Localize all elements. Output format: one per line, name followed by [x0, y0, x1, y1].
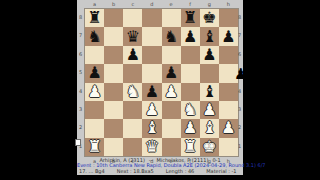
- file-label-top-b: b: [104, 2, 123, 7]
- square-f7: ♟: [181, 27, 200, 45]
- file-label-top-f: f: [181, 2, 200, 7]
- square-b3: [104, 101, 123, 119]
- rank-label-right-6: 6: [237, 52, 242, 57]
- square-a1: ♜: [85, 138, 104, 156]
- square-d3: ♟: [142, 101, 161, 119]
- square-c2: [123, 119, 142, 137]
- move-status-line: 17. ... Bg4 Next : 18.Bxa5 Length : 46 M…: [77, 169, 243, 174]
- square-b4: [104, 83, 123, 101]
- white-knight: ♞: [126, 84, 140, 100]
- black-rook: ♜: [87, 10, 101, 26]
- black-rook: ♜: [183, 10, 197, 26]
- rank-label-left-8: 8: [78, 15, 83, 20]
- white-knight: ♞: [183, 102, 197, 118]
- square-f4: [181, 83, 200, 101]
- rank-label-left-6: 6: [78, 52, 83, 57]
- square-c3: [123, 101, 142, 119]
- file-label-top-c: c: [123, 2, 142, 7]
- square-h6: [219, 46, 238, 64]
- white-king: ♚: [202, 139, 216, 155]
- square-b8: [104, 9, 123, 27]
- file-label-top-e: e: [162, 2, 181, 7]
- chess-board: ♜♜♚♞♛♞♟♝♟♟♟♟♟♟♞♟♟♝♟♞♟♝♟♝♟♜♛♜♚: [84, 8, 239, 157]
- square-e1: [162, 138, 181, 156]
- file-label-top-a: a: [85, 2, 104, 7]
- square-a8: ♜: [85, 9, 104, 27]
- black-bishop: ♝: [202, 29, 216, 45]
- rank-label-left-2: 2: [78, 125, 83, 130]
- white-pawn: ♟: [87, 84, 101, 100]
- black-pawn: ♟: [221, 29, 235, 45]
- square-c4: ♞: [123, 83, 142, 101]
- square-e6: [162, 46, 181, 64]
- square-h7: ♟: [219, 27, 238, 45]
- square-d2: ♝: [142, 119, 161, 137]
- black-pawn: ♟: [87, 65, 101, 81]
- white-bishop: ♝: [145, 120, 159, 136]
- square-f6: [181, 46, 200, 64]
- next-move-label: Next : 18.Bxa5: [117, 169, 154, 174]
- square-g6: ♟: [200, 46, 219, 64]
- square-g7: ♝: [200, 27, 219, 45]
- square-b2: [104, 119, 123, 137]
- square-h2: ♟: [219, 119, 238, 137]
- square-h4: [219, 83, 238, 101]
- white-pawn: ♟: [221, 120, 235, 136]
- material-advantage-black-pawn-icon: ♟: [234, 67, 247, 82]
- square-e3: [162, 101, 181, 119]
- square-g2: ♝: [200, 119, 219, 137]
- square-e5: ♟: [162, 64, 181, 82]
- square-a5: ♟: [85, 64, 104, 82]
- black-knight: ♞: [87, 29, 101, 45]
- file-label-top-d: d: [142, 2, 161, 7]
- rank-label-right-8: 8: [237, 15, 242, 20]
- white-rook: ♜: [87, 139, 101, 155]
- black-pawn: ♟: [202, 47, 216, 63]
- square-h1: [219, 138, 238, 156]
- black-king: ♚: [202, 10, 216, 26]
- square-a3: [85, 101, 104, 119]
- file-label-top-g: g: [200, 2, 219, 7]
- square-g3: ♟: [200, 101, 219, 119]
- square-e4: ♟: [162, 83, 181, 101]
- black-bishop: ♝: [202, 84, 216, 100]
- square-b7: [104, 27, 123, 45]
- rank-label-right-1: 1: [237, 144, 242, 149]
- square-e8: [162, 9, 181, 27]
- square-f2: ♟: [181, 119, 200, 137]
- rank-label-right-4: 4: [237, 89, 242, 94]
- black-pawn: ♟: [126, 47, 140, 63]
- square-c7: ♛: [123, 27, 142, 45]
- square-d7: [142, 27, 161, 45]
- game-length-label: Length : 46: [166, 169, 194, 174]
- square-d1: ♛: [142, 138, 161, 156]
- square-d6: [142, 46, 161, 64]
- square-f3: ♞: [181, 101, 200, 119]
- square-f5: [181, 64, 200, 82]
- white-pawn: ♟: [183, 120, 197, 136]
- square-d4: ♟: [142, 83, 161, 101]
- square-d8: [142, 9, 161, 27]
- last-move-label: 17. ... Bg4: [79, 169, 105, 174]
- square-h3: [219, 101, 238, 119]
- square-e2: [162, 119, 181, 137]
- diagram-panel: ♜♜♚♞♛♞♟♝♟♟♟♟♟♟♞♟♟♝♟♞♟♝♟♝♟♜♛♜♚ aabbccddee…: [77, 0, 243, 175]
- black-knight: ♞: [164, 29, 178, 45]
- square-b1: [104, 138, 123, 156]
- white-to-move-indicator: [75, 139, 81, 146]
- black-pawn: ♟: [164, 65, 178, 81]
- square-h8: [219, 9, 238, 27]
- square-b5: [104, 64, 123, 82]
- square-g1: ♚: [200, 138, 219, 156]
- square-a4: ♟: [85, 83, 104, 101]
- square-g4: ♝: [200, 83, 219, 101]
- square-f1: ♜: [181, 138, 200, 156]
- square-c6: ♟: [123, 46, 142, 64]
- white-pawn: ♟: [164, 84, 178, 100]
- square-b6: [104, 46, 123, 64]
- square-a2: [85, 119, 104, 137]
- white-pawn: ♟: [202, 102, 216, 118]
- black-pawn: ♟: [145, 84, 159, 100]
- square-c1: [123, 138, 142, 156]
- square-g8: ♚: [200, 9, 219, 27]
- black-pawn: ♟: [183, 29, 197, 45]
- rank-label-left-5: 5: [78, 70, 83, 75]
- black-queen: ♛: [126, 29, 140, 45]
- rank-label-right-7: 7: [237, 33, 242, 38]
- square-d5: [142, 64, 161, 82]
- rank-label-left-4: 4: [78, 89, 83, 94]
- rank-label-left-7: 7: [78, 33, 83, 38]
- rank-label-left-3: 3: [78, 107, 83, 112]
- square-c5: [123, 64, 142, 82]
- rank-label-right-2: 2: [237, 125, 242, 130]
- white-pawn: ♟: [145, 102, 159, 118]
- video-frame: { "game": "chess", "position": { "fen": …: [0, 0, 320, 180]
- square-a7: ♞: [85, 27, 104, 45]
- square-g5: [200, 64, 219, 82]
- square-f8: ♜: [181, 9, 200, 27]
- square-a6: [85, 46, 104, 64]
- rank-label-right-3: 3: [237, 107, 242, 112]
- white-queen: ♛: [145, 139, 159, 155]
- material-label: Material : -1: [206, 169, 236, 174]
- square-e7: ♞: [162, 27, 181, 45]
- file-label-top-h: h: [219, 2, 238, 7]
- white-rook: ♜: [183, 139, 197, 155]
- square-c8: [123, 9, 142, 27]
- white-bishop: ♝: [202, 120, 216, 136]
